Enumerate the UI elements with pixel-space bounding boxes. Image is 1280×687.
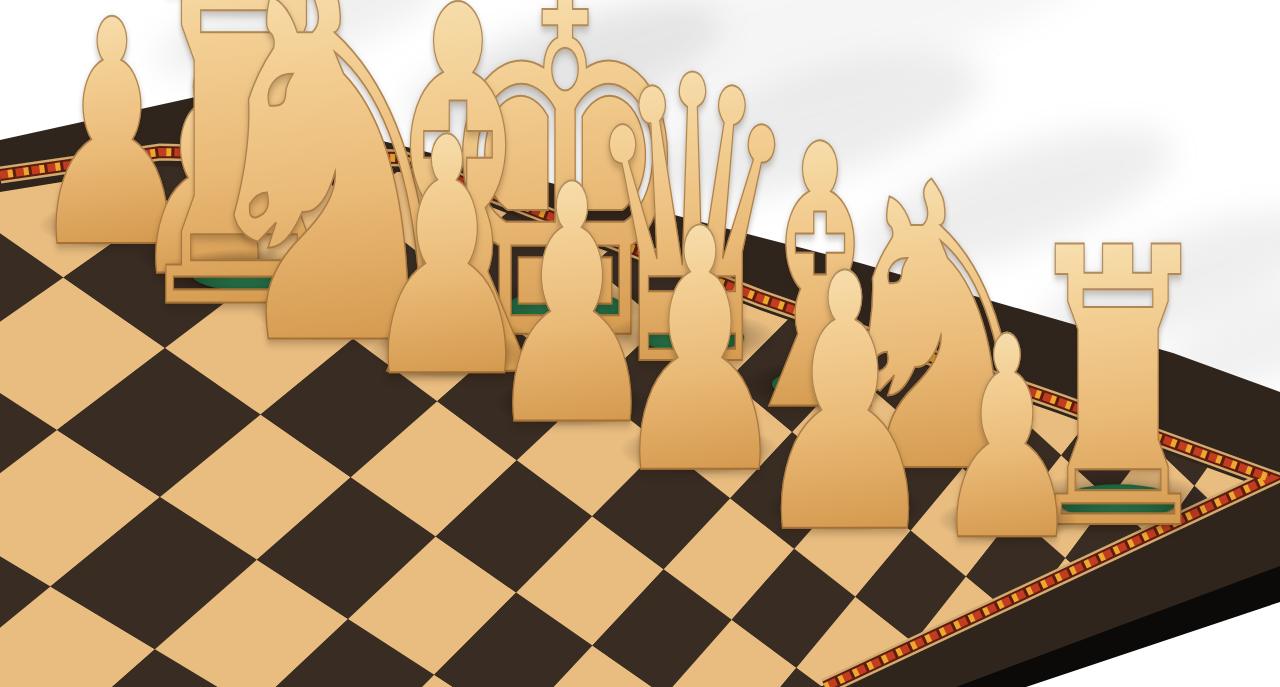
chess-set-product-photo: ♟♟♜♚♞♛♝♟♝♟♞♟♜♟♟ (0, 0, 1280, 687)
white-pawn[interactable]: ♟ (932, 300, 1082, 579)
white-pawn[interactable]: ♟ (750, 228, 940, 582)
pieces-layer: ♟♟♜♚♞♛♝♟♝♟♞♟♜♟♟ (0, 0, 1280, 687)
